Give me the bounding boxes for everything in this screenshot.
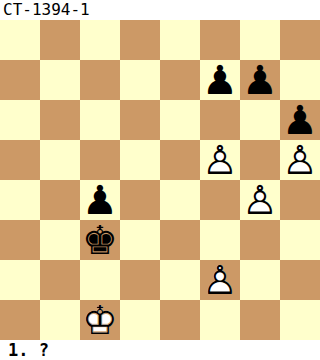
white-pawn: ♟♙ [240, 180, 280, 220]
black-pawn: ♟ [280, 100, 320, 140]
square-a2[interactable] [0, 260, 40, 300]
white-pawn: ♟♙ [280, 140, 320, 180]
square-c1[interactable]: ♚♔ [80, 300, 120, 340]
square-b1[interactable] [40, 300, 80, 340]
square-c3[interactable]: ♚ [80, 220, 120, 260]
square-e7[interactable] [160, 60, 200, 100]
square-g4[interactable]: ♟♙ [240, 180, 280, 220]
piece-outline-layer: ♙ [200, 140, 240, 180]
white-pawn: ♟♙ [200, 140, 240, 180]
square-h7[interactable] [280, 60, 320, 100]
square-f8[interactable] [200, 20, 240, 60]
piece-fill-layer: ♚ [80, 220, 120, 260]
square-h4[interactable] [280, 180, 320, 220]
square-d6[interactable] [120, 100, 160, 140]
square-d4[interactable] [120, 180, 160, 220]
puzzle-id-title: CT-1394-1 [0, 0, 320, 20]
square-d8[interactable] [120, 20, 160, 60]
white-king: ♚♔ [80, 300, 120, 340]
square-b7[interactable] [40, 60, 80, 100]
square-f6[interactable] [200, 100, 240, 140]
piece-outline-layer: ♙ [280, 140, 320, 180]
square-e5[interactable] [160, 140, 200, 180]
square-e1[interactable] [160, 300, 200, 340]
square-c2[interactable] [80, 260, 120, 300]
square-h1[interactable] [280, 300, 320, 340]
square-b2[interactable] [40, 260, 80, 300]
piece-fill-layer: ♟ [280, 100, 320, 140]
square-f2[interactable]: ♟♙ [200, 260, 240, 300]
square-d3[interactable] [120, 220, 160, 260]
square-d5[interactable] [120, 140, 160, 180]
square-c8[interactable] [80, 20, 120, 60]
square-h5[interactable]: ♟♙ [280, 140, 320, 180]
piece-outline-layer: ♙ [240, 180, 280, 220]
black-pawn: ♟ [80, 180, 120, 220]
chess-puzzle-page: CT-1394-1 ♟♟♟♟♙♟♙♟♟♙♚♟♙♚♔ 1. ? [0, 0, 320, 360]
square-g1[interactable] [240, 300, 280, 340]
square-b6[interactable] [40, 100, 80, 140]
square-c5[interactable] [80, 140, 120, 180]
square-e3[interactable] [160, 220, 200, 260]
square-g8[interactable] [240, 20, 280, 60]
square-b8[interactable] [40, 20, 80, 60]
square-a1[interactable] [0, 300, 40, 340]
white-pawn: ♟♙ [200, 260, 240, 300]
square-g3[interactable] [240, 220, 280, 260]
square-g7[interactable]: ♟ [240, 60, 280, 100]
square-e4[interactable] [160, 180, 200, 220]
piece-outline-layer: ♙ [200, 260, 240, 300]
square-d7[interactable] [120, 60, 160, 100]
square-g6[interactable] [240, 100, 280, 140]
square-d2[interactable] [120, 260, 160, 300]
square-a5[interactable] [0, 140, 40, 180]
square-f3[interactable] [200, 220, 240, 260]
square-f4[interactable] [200, 180, 240, 220]
square-a3[interactable] [0, 220, 40, 260]
piece-fill-layer: ♟ [80, 180, 120, 220]
square-a7[interactable] [0, 60, 40, 100]
square-c6[interactable] [80, 100, 120, 140]
square-b3[interactable] [40, 220, 80, 260]
black-king: ♚ [80, 220, 120, 260]
square-b5[interactable] [40, 140, 80, 180]
chess-board: ♟♟♟♟♙♟♙♟♟♙♚♟♙♚♔ [0, 20, 320, 340]
square-f5[interactable]: ♟♙ [200, 140, 240, 180]
black-pawn: ♟ [240, 60, 280, 100]
square-g5[interactable] [240, 140, 280, 180]
square-a8[interactable] [0, 20, 40, 60]
square-c4[interactable]: ♟ [80, 180, 120, 220]
square-e6[interactable] [160, 100, 200, 140]
square-f7[interactable]: ♟ [200, 60, 240, 100]
black-pawn: ♟ [200, 60, 240, 100]
square-e2[interactable] [160, 260, 200, 300]
square-h8[interactable] [280, 20, 320, 60]
square-a4[interactable] [0, 180, 40, 220]
square-h2[interactable] [280, 260, 320, 300]
square-h3[interactable] [280, 220, 320, 260]
square-h6[interactable]: ♟ [280, 100, 320, 140]
square-f1[interactable] [200, 300, 240, 340]
square-e8[interactable] [160, 20, 200, 60]
piece-fill-layer: ♟ [240, 60, 280, 100]
piece-outline-layer: ♔ [80, 300, 120, 340]
square-d1[interactable] [120, 300, 160, 340]
piece-fill-layer: ♟ [200, 60, 240, 100]
square-c7[interactable] [80, 60, 120, 100]
square-a6[interactable] [0, 100, 40, 140]
square-g2[interactable] [240, 260, 280, 300]
square-b4[interactable] [40, 180, 80, 220]
move-prompt: 1. ? [0, 340, 320, 360]
